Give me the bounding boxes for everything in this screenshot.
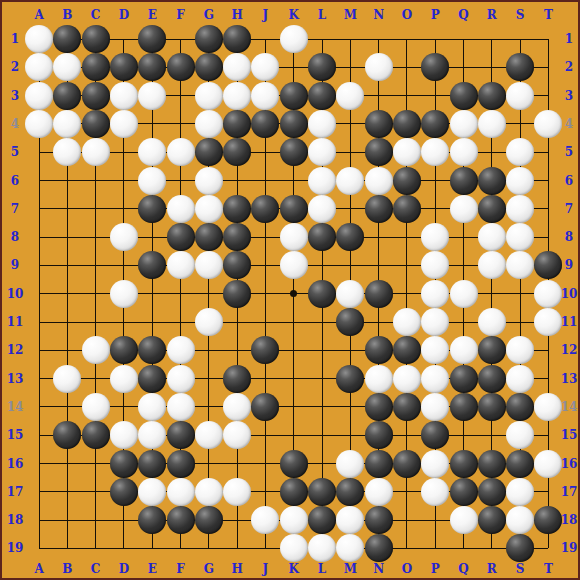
intersection-C7[interactable] [81, 195, 109, 223]
intersection-S1[interactable] [506, 25, 534, 53]
intersection-S2[interactable] [506, 53, 534, 81]
intersection-N1[interactable] [364, 25, 392, 53]
intersection-K13[interactable] [280, 364, 308, 392]
intersection-H8[interactable] [223, 223, 251, 251]
intersection-R17[interactable] [478, 478, 506, 506]
intersection-S11[interactable] [506, 308, 534, 336]
intersection-G16[interactable] [195, 449, 223, 477]
intersection-L7[interactable] [308, 195, 336, 223]
intersection-B1[interactable] [53, 25, 81, 53]
intersection-C8[interactable] [81, 223, 109, 251]
intersection-E18[interactable] [138, 506, 166, 534]
intersection-Q12[interactable] [449, 336, 477, 364]
intersection-L15[interactable] [308, 421, 336, 449]
intersection-Q13[interactable] [449, 364, 477, 392]
intersection-D16[interactable] [110, 449, 138, 477]
intersection-Q4[interactable] [449, 110, 477, 138]
intersection-O3[interactable] [393, 81, 421, 109]
intersection-A8[interactable] [25, 223, 53, 251]
intersection-B10[interactable] [53, 280, 81, 308]
intersection-R18[interactable] [478, 506, 506, 534]
intersection-G10[interactable] [195, 280, 223, 308]
intersection-B18[interactable] [53, 506, 81, 534]
intersection-H11[interactable] [223, 308, 251, 336]
intersection-O18[interactable] [393, 506, 421, 534]
intersection-K17[interactable] [280, 478, 308, 506]
intersection-O16[interactable] [393, 449, 421, 477]
intersection-L11[interactable] [308, 308, 336, 336]
intersection-K15[interactable] [280, 421, 308, 449]
intersection-J4[interactable] [251, 110, 279, 138]
intersection-C3[interactable] [81, 81, 109, 109]
intersection-C12[interactable] [81, 336, 109, 364]
intersection-D4[interactable] [110, 110, 138, 138]
intersection-J9[interactable] [251, 251, 279, 279]
intersection-N16[interactable] [364, 449, 392, 477]
intersection-K8[interactable] [280, 223, 308, 251]
intersection-H9[interactable] [223, 251, 251, 279]
intersection-K2[interactable] [280, 53, 308, 81]
intersection-C18[interactable] [81, 506, 109, 534]
intersection-M10[interactable] [336, 280, 364, 308]
intersection-C11[interactable] [81, 308, 109, 336]
intersection-C5[interactable] [81, 138, 109, 166]
intersection-J2[interactable] [251, 53, 279, 81]
intersection-O11[interactable] [393, 308, 421, 336]
intersection-N11[interactable] [364, 308, 392, 336]
intersection-D15[interactable] [110, 421, 138, 449]
intersection-B17[interactable] [53, 478, 81, 506]
intersection-E2[interactable] [138, 53, 166, 81]
intersection-H1[interactable] [223, 25, 251, 53]
intersection-P1[interactable] [421, 25, 449, 53]
intersection-F7[interactable] [166, 195, 194, 223]
intersection-D1[interactable] [110, 25, 138, 53]
intersection-O12[interactable] [393, 336, 421, 364]
intersection-F3[interactable] [166, 81, 194, 109]
intersection-G6[interactable] [195, 166, 223, 194]
intersection-R12[interactable] [478, 336, 506, 364]
intersection-M11[interactable] [336, 308, 364, 336]
intersection-L18[interactable] [308, 506, 336, 534]
intersection-S6[interactable] [506, 166, 534, 194]
intersection-O15[interactable] [393, 421, 421, 449]
intersection-B13[interactable] [53, 364, 81, 392]
intersection-Q6[interactable] [449, 166, 477, 194]
intersection-E12[interactable] [138, 336, 166, 364]
intersection-E11[interactable] [138, 308, 166, 336]
intersection-L2[interactable] [308, 53, 336, 81]
intersection-F14[interactable] [166, 393, 194, 421]
intersection-R14[interactable] [478, 393, 506, 421]
intersection-K4[interactable] [280, 110, 308, 138]
intersection-B3[interactable] [53, 81, 81, 109]
intersection-B12[interactable] [53, 336, 81, 364]
intersection-F18[interactable] [166, 506, 194, 534]
intersection-R13[interactable] [478, 364, 506, 392]
intersection-Q10[interactable] [449, 280, 477, 308]
intersection-J1[interactable] [251, 25, 279, 53]
intersection-J15[interactable] [251, 421, 279, 449]
intersection-Q8[interactable] [449, 223, 477, 251]
intersection-G3[interactable] [195, 81, 223, 109]
intersection-R8[interactable] [478, 223, 506, 251]
intersection-N17[interactable] [364, 478, 392, 506]
intersection-E10[interactable] [138, 280, 166, 308]
intersection-S8[interactable] [506, 223, 534, 251]
intersection-R5[interactable] [478, 138, 506, 166]
intersection-D17[interactable] [110, 478, 138, 506]
intersection-A17[interactable] [25, 478, 53, 506]
intersection-P13[interactable] [421, 364, 449, 392]
intersection-A7[interactable] [25, 195, 53, 223]
intersection-R11[interactable] [478, 308, 506, 336]
intersection-A13[interactable] [25, 364, 53, 392]
intersection-S15[interactable] [506, 421, 534, 449]
intersection-K12[interactable] [280, 336, 308, 364]
intersection-D7[interactable] [110, 195, 138, 223]
intersection-B8[interactable] [53, 223, 81, 251]
intersection-R4[interactable] [478, 110, 506, 138]
intersection-Q16[interactable] [449, 449, 477, 477]
intersection-P9[interactable] [421, 251, 449, 279]
intersection-O4[interactable] [393, 110, 421, 138]
intersection-S3[interactable] [506, 81, 534, 109]
intersection-G11[interactable] [195, 308, 223, 336]
intersection-H16[interactable] [223, 449, 251, 477]
intersection-P6[interactable] [421, 166, 449, 194]
intersection-D10[interactable] [110, 280, 138, 308]
intersection-O5[interactable] [393, 138, 421, 166]
intersection-R7[interactable] [478, 195, 506, 223]
intersection-M12[interactable] [336, 336, 364, 364]
intersection-S9[interactable] [506, 251, 534, 279]
intersection-H7[interactable] [223, 195, 251, 223]
intersection-D8[interactable] [110, 223, 138, 251]
intersection-L4[interactable] [308, 110, 336, 138]
intersection-K6[interactable] [280, 166, 308, 194]
intersection-A2[interactable] [25, 53, 53, 81]
intersection-S13[interactable] [506, 364, 534, 392]
intersection-B14[interactable] [53, 393, 81, 421]
intersection-L16[interactable] [308, 449, 336, 477]
intersection-F11[interactable] [166, 308, 194, 336]
intersection-H13[interactable] [223, 364, 251, 392]
intersection-D2[interactable] [110, 53, 138, 81]
intersection-A10[interactable] [25, 280, 53, 308]
intersection-F13[interactable] [166, 364, 194, 392]
intersection-P5[interactable] [421, 138, 449, 166]
intersection-B11[interactable] [53, 308, 81, 336]
intersection-C17[interactable] [81, 478, 109, 506]
intersection-H3[interactable] [223, 81, 251, 109]
intersection-M15[interactable] [336, 421, 364, 449]
intersection-E15[interactable] [138, 421, 166, 449]
intersection-G2[interactable] [195, 53, 223, 81]
intersection-K5[interactable] [280, 138, 308, 166]
intersection-L17[interactable] [308, 478, 336, 506]
intersection-B15[interactable] [53, 421, 81, 449]
intersection-S17[interactable] [506, 478, 534, 506]
intersection-C9[interactable] [81, 251, 109, 279]
intersection-L6[interactable] [308, 166, 336, 194]
intersection-G14[interactable] [195, 393, 223, 421]
intersection-P18[interactable] [421, 506, 449, 534]
intersection-G1[interactable] [195, 25, 223, 53]
intersection-R1[interactable] [478, 25, 506, 53]
intersection-A15[interactable] [25, 421, 53, 449]
intersection-J17[interactable] [251, 478, 279, 506]
intersection-B5[interactable] [53, 138, 81, 166]
intersection-H15[interactable] [223, 421, 251, 449]
intersection-A3[interactable] [25, 81, 53, 109]
intersection-M14[interactable] [336, 393, 364, 421]
intersection-F9[interactable] [166, 251, 194, 279]
intersection-G7[interactable] [195, 195, 223, 223]
intersection-G17[interactable] [195, 478, 223, 506]
intersection-G8[interactable] [195, 223, 223, 251]
intersection-L5[interactable] [308, 138, 336, 166]
intersection-O8[interactable] [393, 223, 421, 251]
intersection-N9[interactable] [364, 251, 392, 279]
intersection-D14[interactable] [110, 393, 138, 421]
intersection-M5[interactable] [336, 138, 364, 166]
intersection-A1[interactable] [25, 25, 53, 53]
intersection-O10[interactable] [393, 280, 421, 308]
intersection-P3[interactable] [421, 81, 449, 109]
intersection-P11[interactable] [421, 308, 449, 336]
intersection-A9[interactable] [25, 251, 53, 279]
intersection-R3[interactable] [478, 81, 506, 109]
intersection-S4[interactable] [506, 110, 534, 138]
intersection-J11[interactable] [251, 308, 279, 336]
intersection-J18[interactable] [251, 506, 279, 534]
intersection-C6[interactable] [81, 166, 109, 194]
intersection-F16[interactable] [166, 449, 194, 477]
intersection-B6[interactable] [53, 166, 81, 194]
intersection-O2[interactable] [393, 53, 421, 81]
intersection-C1[interactable] [81, 25, 109, 53]
intersection-F8[interactable] [166, 223, 194, 251]
intersection-P7[interactable] [421, 195, 449, 223]
intersection-K18[interactable] [280, 506, 308, 534]
intersection-J14[interactable] [251, 393, 279, 421]
intersection-Q2[interactable] [449, 53, 477, 81]
intersection-D3[interactable] [110, 81, 138, 109]
intersection-P12[interactable] [421, 336, 449, 364]
intersection-P8[interactable] [421, 223, 449, 251]
intersection-D6[interactable] [110, 166, 138, 194]
intersection-C2[interactable] [81, 53, 109, 81]
intersection-M3[interactable] [336, 81, 364, 109]
intersection-K9[interactable] [280, 251, 308, 279]
intersection-Q15[interactable] [449, 421, 477, 449]
intersection-N2[interactable] [364, 53, 392, 81]
intersection-M16[interactable] [336, 449, 364, 477]
intersection-Q17[interactable] [449, 478, 477, 506]
intersection-M7[interactable] [336, 195, 364, 223]
intersection-D9[interactable] [110, 251, 138, 279]
intersection-F4[interactable] [166, 110, 194, 138]
intersection-E5[interactable] [138, 138, 166, 166]
intersection-Q7[interactable] [449, 195, 477, 223]
intersection-A11[interactable] [25, 308, 53, 336]
intersection-M17[interactable] [336, 478, 364, 506]
intersection-C14[interactable] [81, 393, 109, 421]
intersection-A6[interactable] [25, 166, 53, 194]
intersection-K3[interactable] [280, 81, 308, 109]
intersection-L9[interactable] [308, 251, 336, 279]
intersection-G12[interactable] [195, 336, 223, 364]
intersection-F15[interactable] [166, 421, 194, 449]
intersection-F1[interactable] [166, 25, 194, 53]
intersection-B7[interactable] [53, 195, 81, 223]
intersection-P15[interactable] [421, 421, 449, 449]
intersection-E4[interactable] [138, 110, 166, 138]
intersection-H6[interactable] [223, 166, 251, 194]
intersection-E6[interactable] [138, 166, 166, 194]
intersection-E14[interactable] [138, 393, 166, 421]
intersection-J6[interactable] [251, 166, 279, 194]
intersection-J8[interactable] [251, 223, 279, 251]
intersection-L14[interactable] [308, 393, 336, 421]
intersection-H10[interactable] [223, 280, 251, 308]
intersection-K11[interactable] [280, 308, 308, 336]
intersection-K14[interactable] [280, 393, 308, 421]
intersection-S5[interactable] [506, 138, 534, 166]
intersection-A5[interactable] [25, 138, 53, 166]
intersection-A12[interactable] [25, 336, 53, 364]
intersection-J12[interactable] [251, 336, 279, 364]
intersection-H18[interactable] [223, 506, 251, 534]
intersection-N10[interactable] [364, 280, 392, 308]
intersection-S10[interactable] [506, 280, 534, 308]
intersection-P4[interactable] [421, 110, 449, 138]
intersection-H4[interactable] [223, 110, 251, 138]
intersection-M18[interactable] [336, 506, 364, 534]
intersection-Q5[interactable] [449, 138, 477, 166]
intersection-N6[interactable] [364, 166, 392, 194]
intersection-G18[interactable] [195, 506, 223, 534]
intersection-N13[interactable] [364, 364, 392, 392]
intersection-E17[interactable] [138, 478, 166, 506]
intersection-C15[interactable] [81, 421, 109, 449]
intersection-N5[interactable] [364, 138, 392, 166]
intersection-B4[interactable] [53, 110, 81, 138]
intersection-E3[interactable] [138, 81, 166, 109]
intersection-D11[interactable] [110, 308, 138, 336]
intersection-J16[interactable] [251, 449, 279, 477]
intersection-M4[interactable] [336, 110, 364, 138]
intersection-C4[interactable] [81, 110, 109, 138]
intersection-O6[interactable] [393, 166, 421, 194]
intersection-J3[interactable] [251, 81, 279, 109]
intersection-C10[interactable] [81, 280, 109, 308]
intersection-N14[interactable] [364, 393, 392, 421]
intersection-S16[interactable] [506, 449, 534, 477]
intersection-F5[interactable] [166, 138, 194, 166]
intersection-B9[interactable] [53, 251, 81, 279]
intersection-O9[interactable] [393, 251, 421, 279]
intersection-G13[interactable] [195, 364, 223, 392]
intersection-A14[interactable] [25, 393, 53, 421]
intersection-R9[interactable] [478, 251, 506, 279]
intersection-N3[interactable] [364, 81, 392, 109]
intersection-F2[interactable] [166, 53, 194, 81]
intersection-S14[interactable] [506, 393, 534, 421]
intersection-G5[interactable] [195, 138, 223, 166]
intersection-E9[interactable] [138, 251, 166, 279]
intersection-F10[interactable] [166, 280, 194, 308]
intersection-D13[interactable] [110, 364, 138, 392]
intersection-H14[interactable] [223, 393, 251, 421]
intersection-L8[interactable] [308, 223, 336, 251]
intersection-C16[interactable] [81, 449, 109, 477]
intersection-Q9[interactable] [449, 251, 477, 279]
intersection-N8[interactable] [364, 223, 392, 251]
intersection-N15[interactable] [364, 421, 392, 449]
intersection-H12[interactable] [223, 336, 251, 364]
intersection-P14[interactable] [421, 393, 449, 421]
intersection-R10[interactable] [478, 280, 506, 308]
intersection-L3[interactable] [308, 81, 336, 109]
intersection-J5[interactable] [251, 138, 279, 166]
intersection-M8[interactable] [336, 223, 364, 251]
intersection-Q11[interactable] [449, 308, 477, 336]
intersection-O1[interactable] [393, 25, 421, 53]
intersection-N7[interactable] [364, 195, 392, 223]
intersection-F6[interactable] [166, 166, 194, 194]
intersection-N18[interactable] [364, 506, 392, 534]
intersection-Q18[interactable] [449, 506, 477, 534]
intersection-P2[interactable] [421, 53, 449, 81]
intersection-P10[interactable] [421, 280, 449, 308]
intersection-K10[interactable] [280, 280, 308, 308]
intersection-M13[interactable] [336, 364, 364, 392]
intersection-M9[interactable] [336, 251, 364, 279]
intersection-P17[interactable] [421, 478, 449, 506]
intersection-N12[interactable] [364, 336, 392, 364]
intersection-S18[interactable] [506, 506, 534, 534]
intersection-D18[interactable] [110, 506, 138, 534]
intersection-A4[interactable] [25, 110, 53, 138]
intersection-E1[interactable] [138, 25, 166, 53]
intersection-S7[interactable] [506, 195, 534, 223]
intersection-L1[interactable] [308, 25, 336, 53]
intersection-D12[interactable] [110, 336, 138, 364]
intersection-L10[interactable] [308, 280, 336, 308]
intersection-P16[interactable] [421, 449, 449, 477]
intersection-M6[interactable] [336, 166, 364, 194]
intersection-B16[interactable] [53, 449, 81, 477]
intersection-E16[interactable] [138, 449, 166, 477]
intersection-K16[interactable] [280, 449, 308, 477]
intersection-L13[interactable] [308, 364, 336, 392]
intersection-O7[interactable] [393, 195, 421, 223]
intersection-G9[interactable] [195, 251, 223, 279]
intersection-F17[interactable] [166, 478, 194, 506]
intersection-S12[interactable] [506, 336, 534, 364]
intersection-D5[interactable] [110, 138, 138, 166]
intersection-J10[interactable] [251, 280, 279, 308]
intersection-R6[interactable] [478, 166, 506, 194]
intersection-H2[interactable] [223, 53, 251, 81]
intersection-A16[interactable] [25, 449, 53, 477]
intersection-O17[interactable] [393, 478, 421, 506]
intersection-R2[interactable] [478, 53, 506, 81]
intersection-J13[interactable] [251, 364, 279, 392]
intersection-O14[interactable] [393, 393, 421, 421]
